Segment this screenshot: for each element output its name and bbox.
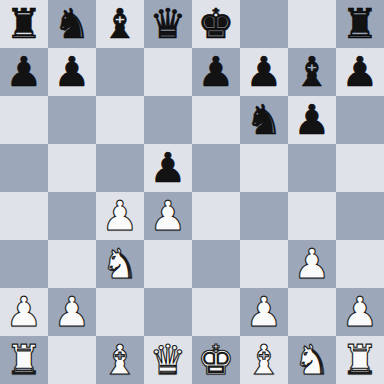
square-c1[interactable]: ♝ <box>96 336 144 384</box>
square-d3[interactable] <box>144 240 192 288</box>
square-d2[interactable] <box>144 288 192 336</box>
piece-black-king: ♚ <box>198 0 235 48</box>
square-a4[interactable] <box>0 192 48 240</box>
square-d7[interactable] <box>144 48 192 96</box>
square-a8[interactable]: ♜ <box>0 0 48 48</box>
piece-white-pawn: ♟ <box>150 192 187 240</box>
piece-white-pawn: ♟ <box>54 288 91 336</box>
square-b7[interactable]: ♟ <box>48 48 96 96</box>
square-b2[interactable]: ♟ <box>48 288 96 336</box>
square-h7[interactable]: ♟ <box>336 48 384 96</box>
square-c6[interactable] <box>96 96 144 144</box>
piece-white-knight: ♞ <box>102 240 139 288</box>
piece-black-queen: ♛ <box>150 0 187 48</box>
square-c5[interactable] <box>96 144 144 192</box>
square-g3[interactable]: ♟ <box>288 240 336 288</box>
piece-white-pawn: ♟ <box>294 240 331 288</box>
square-e8[interactable]: ♚ <box>192 0 240 48</box>
square-b6[interactable] <box>48 96 96 144</box>
square-b3[interactable] <box>48 240 96 288</box>
square-b1[interactable] <box>48 336 96 384</box>
square-b5[interactable] <box>48 144 96 192</box>
square-g1[interactable]: ♞ <box>288 336 336 384</box>
piece-black-pawn: ♟ <box>342 48 379 96</box>
square-b4[interactable] <box>48 192 96 240</box>
square-d8[interactable]: ♛ <box>144 0 192 48</box>
square-e6[interactable] <box>192 96 240 144</box>
square-e1[interactable]: ♚ <box>192 336 240 384</box>
piece-white-king: ♚ <box>198 336 235 384</box>
piece-black-pawn: ♟ <box>54 48 91 96</box>
square-h8[interactable]: ♜ <box>336 0 384 48</box>
square-c4[interactable]: ♟ <box>96 192 144 240</box>
square-f3[interactable] <box>240 240 288 288</box>
square-g6[interactable]: ♟ <box>288 96 336 144</box>
square-e2[interactable] <box>192 288 240 336</box>
piece-white-rook: ♜ <box>342 336 379 384</box>
piece-black-pawn: ♟ <box>294 96 331 144</box>
square-g7[interactable]: ♝ <box>288 48 336 96</box>
piece-white-rook: ♜ <box>6 336 43 384</box>
square-b8[interactable]: ♞ <box>48 0 96 48</box>
square-g2[interactable] <box>288 288 336 336</box>
square-e3[interactable] <box>192 240 240 288</box>
piece-black-pawn: ♟ <box>198 48 235 96</box>
piece-black-knight: ♞ <box>54 0 91 48</box>
piece-white-pawn: ♟ <box>246 288 283 336</box>
square-d5[interactable]: ♟ <box>144 144 192 192</box>
piece-black-pawn: ♟ <box>246 48 283 96</box>
square-g4[interactable] <box>288 192 336 240</box>
chess-board: ♜♞♝♛♚♜♟♟♟♟♝♟♞♟♟♟♟♞♟♟♟♟♟♜♝♛♚♝♞♜ <box>0 0 384 384</box>
piece-white-queen: ♛ <box>150 336 187 384</box>
square-e7[interactable]: ♟ <box>192 48 240 96</box>
square-d1[interactable]: ♛ <box>144 336 192 384</box>
square-c3[interactable]: ♞ <box>96 240 144 288</box>
square-h3[interactable] <box>336 240 384 288</box>
square-g5[interactable] <box>288 144 336 192</box>
piece-black-bishop: ♝ <box>102 0 139 48</box>
square-h5[interactable] <box>336 144 384 192</box>
square-c8[interactable]: ♝ <box>96 0 144 48</box>
square-a6[interactable] <box>0 96 48 144</box>
piece-white-pawn: ♟ <box>102 192 139 240</box>
square-e5[interactable] <box>192 144 240 192</box>
square-a5[interactable] <box>0 144 48 192</box>
piece-white-pawn: ♟ <box>6 288 43 336</box>
square-d4[interactable]: ♟ <box>144 192 192 240</box>
square-f4[interactable] <box>240 192 288 240</box>
piece-black-pawn: ♟ <box>6 48 43 96</box>
piece-white-bishop: ♝ <box>102 336 139 384</box>
square-h1[interactable]: ♜ <box>336 336 384 384</box>
piece-black-rook: ♜ <box>6 0 43 48</box>
square-a1[interactable]: ♜ <box>0 336 48 384</box>
square-c2[interactable] <box>96 288 144 336</box>
piece-black-rook: ♜ <box>342 0 379 48</box>
piece-white-pawn: ♟ <box>342 288 379 336</box>
square-f1[interactable]: ♝ <box>240 336 288 384</box>
piece-black-knight: ♞ <box>246 96 283 144</box>
square-c7[interactable] <box>96 48 144 96</box>
square-h2[interactable]: ♟ <box>336 288 384 336</box>
square-h6[interactable] <box>336 96 384 144</box>
square-f8[interactable] <box>240 0 288 48</box>
piece-black-bishop: ♝ <box>294 48 331 96</box>
piece-black-pawn: ♟ <box>150 144 187 192</box>
square-e4[interactable] <box>192 192 240 240</box>
square-f7[interactable]: ♟ <box>240 48 288 96</box>
square-a3[interactable] <box>0 240 48 288</box>
piece-white-bishop: ♝ <box>246 336 283 384</box>
piece-white-knight: ♞ <box>294 336 331 384</box>
square-a7[interactable]: ♟ <box>0 48 48 96</box>
square-f6[interactable]: ♞ <box>240 96 288 144</box>
square-g8[interactable] <box>288 0 336 48</box>
square-d6[interactable] <box>144 96 192 144</box>
square-f5[interactable] <box>240 144 288 192</box>
square-h4[interactable] <box>336 192 384 240</box>
square-a2[interactable]: ♟ <box>0 288 48 336</box>
square-f2[interactable]: ♟ <box>240 288 288 336</box>
